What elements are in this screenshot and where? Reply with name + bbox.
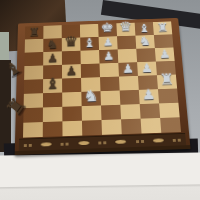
inlay-leaf-motif [153,138,164,142]
inlay-dot [28,143,31,146]
chess-piece-bronze-rook-a8[interactable]: ♜ [25,24,44,39]
chess-piece-bronze-pawn-c5[interactable]: ♟ [62,62,81,78]
chess-piece-silver-pawn-f5[interactable]: ♟ [118,60,138,76]
chess-piece-silver-knight-d3[interactable]: ♞ [81,85,101,106]
inlay-leaf-motif [78,141,89,145]
board-frame: ♚♛♝♜♝♟♞♟♟♟♟♜♞♟♜♞♛♟♟♝ [15,18,191,155]
inlay-square-pair-motif [173,138,181,141]
inlay-leaf-motif [115,140,126,144]
chess-piece-silver-bishop-d7[interactable]: ♝ [80,34,99,50]
chess-piece-silver-pawn-g5[interactable]: ♟ [137,60,157,76]
inlay-dot [173,138,176,141]
chess-piece-silver-pawn-g3[interactable]: ♟ [139,86,159,105]
chess-piece-silver-king-e8[interactable]: ♚ [98,19,117,36]
chess-piece-silver-pawn-e6[interactable]: ♟ [99,49,118,64]
chess-piece-silver-rook-h4[interactable]: ♜ [156,69,177,89]
inlay-square-pair-motif [98,141,106,144]
pieces-layer: ♚♛♝♜♝♟♞♟♟♟♟♜♞♟♜♞♛♟♟♝ [23,21,181,137]
white-table-surface [0,153,200,200]
scene-photo-of-chess-board: ♚♛♝♜♝♟♞♟♟♟♟♜♞♟♜♞♛♟♟♝ ♝♜ [0,0,200,200]
inlay-dot [98,141,101,144]
chess-piece-bronze-pawn-b6[interactable]: ♟ [43,51,62,66]
chess-piece-bronze-knight-b7[interactable]: ♞ [43,36,62,52]
inlay-leaf-motif [41,142,52,146]
chess-piece-silver-pawn-h6[interactable]: ♟ [155,47,175,62]
inlay-square-pair-motif [136,140,144,143]
inlay-dot [66,142,69,145]
inlay-dot [23,144,26,147]
chess-piece-silver-rook-h8[interactable]: ♜ [153,20,173,35]
chess-piece-silver-queen-f8[interactable]: ♛ [116,19,135,36]
inlay-dot [141,140,144,143]
chess-board[interactable]: ♚♛♝♜♝♟♞♟♟♟♟♜♞♟♜♞♛♟♟♝ ♝♜ [9,0,190,155]
chess-piece-bronze-bishop-b4[interactable]: ♝ [43,73,62,93]
chess-piece-bronze-queen-c7[interactable]: ♛ [62,33,81,52]
inlay-dot [178,138,181,141]
inlay-square-pair-motif [23,143,31,146]
inlay-square-pair-motif [61,142,69,145]
inlay-dot [103,141,106,144]
chess-piece-silver-knight-g7[interactable]: ♞ [135,32,155,48]
inlay-dot [136,140,139,143]
inlay-dot [61,142,64,145]
